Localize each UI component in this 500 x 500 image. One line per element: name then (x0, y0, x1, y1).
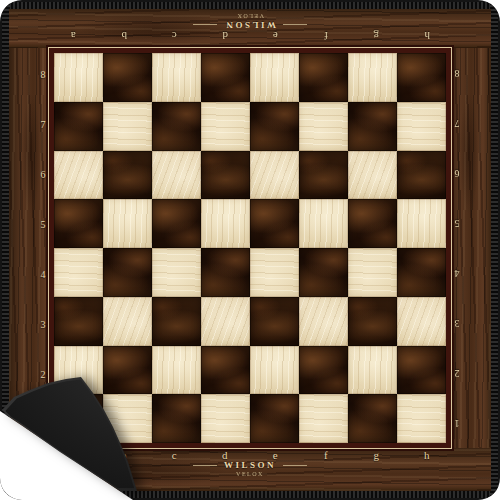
folded-corner-sheen (3, 19, 481, 497)
product-photo: WILSON VELOX abcdefgh 87654321 87654321 … (0, 0, 500, 500)
chess-mat: WILSON VELOX abcdefgh 87654321 87654321 … (0, 0, 500, 500)
folded-corner-underside (0, 0, 500, 500)
folded-corner (0, 0, 500, 500)
